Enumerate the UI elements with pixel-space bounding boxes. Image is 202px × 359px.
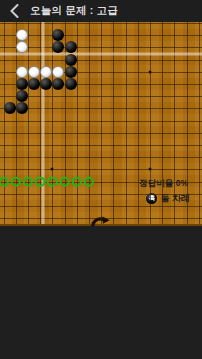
title-bar: 오늘의 문제 : 고급 (0, 0, 202, 22)
hint-circle[interactable] (0, 176, 9, 187)
back-button[interactable] (7, 3, 21, 19)
black-stone (28, 78, 40, 90)
black-stone (16, 102, 28, 114)
grid-line-horizontal (0, 145, 202, 146)
star-point (51, 168, 54, 171)
bottom-background (0, 226, 202, 359)
grid-line-horizontal (0, 35, 202, 36)
chevron-left-icon (10, 4, 19, 18)
grid-line-horizontal (0, 206, 202, 207)
black-stone (65, 66, 77, 78)
grid-line-horizontal (0, 108, 202, 109)
black-stone (52, 41, 64, 53)
black-stone (65, 78, 77, 90)
page-title: 오늘의 문제 : 고급 (30, 4, 118, 18)
cursor-crosshair-horizontal (0, 53, 202, 56)
grid-line-horizontal (0, 133, 202, 134)
black-stone (52, 29, 64, 41)
white-stone (28, 66, 40, 78)
app-screen: 오늘의 문제 : 고급 정답비율 0% 흑 둘 차례 (0, 0, 202, 359)
star-point (148, 168, 151, 171)
grid-line-horizontal (0, 23, 202, 24)
black-stone (40, 78, 52, 90)
black-stone (65, 54, 77, 66)
grid-line-horizontal (0, 194, 202, 195)
grid-line-horizontal (0, 218, 202, 219)
white-stone (16, 29, 28, 41)
grid-line-horizontal (0, 60, 202, 61)
white-stone (40, 66, 52, 78)
black-stone (52, 78, 64, 90)
white-stone (16, 66, 28, 78)
grid-line-horizontal (0, 157, 202, 158)
hint-circle[interactable] (59, 176, 70, 187)
hint-circle[interactable] (23, 176, 34, 187)
go-board[interactable]: 정답비율 0% 흑 둘 차례 (0, 22, 202, 226)
star-point (148, 70, 151, 73)
black-stone (16, 78, 28, 90)
white-stone (16, 41, 28, 53)
hint-circle[interactable] (71, 176, 82, 187)
black-stone (16, 90, 28, 102)
white-stone (52, 66, 64, 78)
grid-line-horizontal (0, 96, 202, 97)
hint-circle[interactable] (47, 176, 58, 187)
hint-circle[interactable] (35, 176, 46, 187)
grid-line-horizontal (0, 121, 202, 122)
hint-circle[interactable] (10, 176, 21, 187)
hint-circle[interactable] (84, 176, 95, 187)
answer-rate-text: 정답비율 0% (139, 178, 188, 190)
black-stone (4, 102, 16, 114)
grid-line-horizontal (0, 169, 202, 170)
black-stone (65, 41, 77, 53)
grid-line-horizontal (0, 47, 202, 48)
